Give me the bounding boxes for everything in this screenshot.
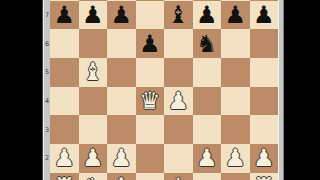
square-d4[interactable]: ♛ bbox=[136, 87, 165, 116]
square-b3[interactable] bbox=[79, 115, 108, 144]
board-right-edge bbox=[278, 0, 284, 180]
square-c5[interactable] bbox=[107, 58, 136, 87]
square-h2[interactable]: ♟ bbox=[250, 144, 279, 173]
square-g6[interactable] bbox=[221, 29, 250, 58]
piece-bN-f6: ♞ bbox=[196, 32, 218, 56]
piece-bP-d6: ♟ bbox=[139, 32, 161, 56]
piece-wR-h1: ♜ bbox=[253, 175, 275, 180]
square-h7[interactable]: ♟ bbox=[250, 1, 279, 30]
square-e2[interactable] bbox=[164, 144, 193, 173]
square-a4[interactable] bbox=[50, 87, 79, 116]
piece-wP-g2: ♟ bbox=[224, 146, 246, 170]
square-h4[interactable] bbox=[250, 87, 279, 116]
square-g7[interactable]: ♟ bbox=[221, 1, 250, 30]
square-f1[interactable] bbox=[193, 173, 222, 180]
square-b6[interactable] bbox=[79, 29, 108, 58]
piece-wB-c1: ♝ bbox=[110, 175, 132, 180]
square-c7[interactable]: ♟ bbox=[107, 1, 136, 30]
square-e4[interactable]: ♟ bbox=[164, 87, 193, 116]
piece-bP-c7: ♟ bbox=[110, 3, 132, 27]
square-a7[interactable]: ♟ bbox=[50, 1, 79, 30]
square-f7[interactable]: ♟ bbox=[193, 1, 222, 30]
square-a2[interactable]: ♟ bbox=[50, 144, 79, 173]
square-e5[interactable] bbox=[164, 58, 193, 87]
square-c1[interactable]: ♝ bbox=[107, 173, 136, 180]
square-c4[interactable] bbox=[107, 87, 136, 116]
piece-bP-b7: ♟ bbox=[82, 3, 104, 27]
square-e1[interactable]: ♚ bbox=[164, 173, 193, 180]
piece-wB-b5: ♝ bbox=[82, 60, 104, 84]
piece-bB-e7: ♝ bbox=[167, 3, 189, 27]
piece-wP-f2: ♟ bbox=[196, 146, 218, 170]
square-d2[interactable] bbox=[136, 144, 165, 173]
piece-bP-g7: ♟ bbox=[224, 3, 246, 27]
square-d1[interactable] bbox=[136, 173, 165, 180]
square-d7[interactable] bbox=[136, 1, 165, 30]
square-d3[interactable] bbox=[136, 115, 165, 144]
square-b5[interactable]: ♝ bbox=[79, 58, 108, 87]
square-d5[interactable] bbox=[136, 58, 165, 87]
piece-wP-h2: ♟ bbox=[253, 146, 275, 170]
square-e6[interactable] bbox=[164, 29, 193, 58]
square-g4[interactable] bbox=[221, 87, 250, 116]
square-b4[interactable] bbox=[79, 87, 108, 116]
piece-wQ-d4: ♛ bbox=[139, 89, 161, 113]
piece-bP-a7: ♟ bbox=[53, 3, 75, 27]
piece-wP-e4: ♟ bbox=[167, 89, 189, 113]
square-g2[interactable]: ♟ bbox=[221, 144, 250, 173]
piece-wK-e1: ♚ bbox=[167, 175, 189, 180]
square-f3[interactable] bbox=[193, 115, 222, 144]
square-b1[interactable]: ♞ bbox=[79, 173, 108, 180]
square-c3[interactable] bbox=[107, 115, 136, 144]
square-g1[interactable] bbox=[221, 173, 250, 180]
piece-wP-b2: ♟ bbox=[82, 146, 104, 170]
square-h1[interactable]: ♜ bbox=[250, 173, 279, 180]
square-e7[interactable]: ♝ bbox=[164, 1, 193, 30]
square-b7[interactable]: ♟ bbox=[79, 1, 108, 30]
square-g5[interactable] bbox=[221, 58, 250, 87]
square-h5[interactable] bbox=[250, 58, 279, 87]
square-h3[interactable] bbox=[250, 115, 279, 144]
square-c6[interactable] bbox=[107, 29, 136, 58]
square-c2[interactable]: ♟ bbox=[107, 144, 136, 173]
square-a1[interactable]: ♜ bbox=[50, 173, 79, 180]
square-f2[interactable]: ♟ bbox=[193, 144, 222, 173]
square-b2[interactable]: ♟ bbox=[79, 144, 108, 173]
square-e3[interactable] bbox=[164, 115, 193, 144]
square-f5[interactable] bbox=[193, 58, 222, 87]
piece-wN-b1: ♞ bbox=[82, 175, 104, 180]
square-a3[interactable] bbox=[50, 115, 79, 144]
piece-bP-f7: ♟ bbox=[196, 3, 218, 27]
square-h6[interactable] bbox=[250, 29, 279, 58]
piece-wP-a2: ♟ bbox=[53, 146, 75, 170]
video-frame: 87654321 ♜♝♛♜♚♟♟♟♝♟♟♟♟♞♝♛♟♟♟♟♟♟♟♜♞♝♚♜ bbox=[0, 0, 320, 180]
chess-board[interactable]: ♜♝♛♜♚♟♟♟♝♟♟♟♟♞♝♛♟♟♟♟♟♟♟♜♞♝♚♜ bbox=[50, 0, 278, 180]
square-f4[interactable] bbox=[193, 87, 222, 116]
piece-wP-c2: ♟ bbox=[110, 146, 132, 170]
piece-bP-h7: ♟ bbox=[253, 3, 275, 27]
square-g3[interactable] bbox=[221, 115, 250, 144]
piece-wR-a1: ♜ bbox=[53, 175, 75, 180]
square-a6[interactable] bbox=[50, 29, 79, 58]
square-a5[interactable] bbox=[50, 58, 79, 87]
square-d6[interactable]: ♟ bbox=[136, 29, 165, 58]
square-f6[interactable]: ♞ bbox=[193, 29, 222, 58]
